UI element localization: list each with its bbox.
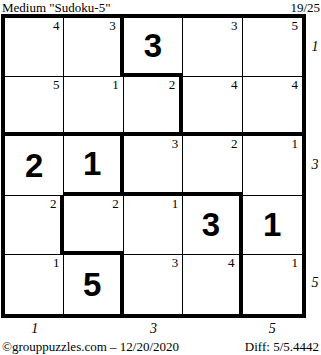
corner-clue: 5 xyxy=(53,78,60,92)
cell-r1c3[interactable]: 3 xyxy=(124,18,183,77)
corner-clue: 1 xyxy=(112,78,119,92)
cell-r4c2[interactable]: 2 xyxy=(64,196,123,255)
sudoku-grid: 4333551244213212213115341 xyxy=(1,14,306,318)
row-label-3: 3 xyxy=(309,157,321,173)
corner-clue: 1 xyxy=(292,137,299,151)
corner-clue: 4 xyxy=(53,19,60,33)
cell-r1c5[interactable]: 5 xyxy=(243,18,302,77)
corner-clue: 3 xyxy=(172,137,179,151)
cell-r2c1[interactable]: 5 xyxy=(5,77,64,136)
corner-clue: 4 xyxy=(228,256,235,270)
corner-clue: 3 xyxy=(109,19,116,33)
cell-r5c1[interactable]: 1 xyxy=(5,255,64,314)
cell-r3c5[interactable]: 1 xyxy=(243,136,302,195)
corner-clue: 5 xyxy=(292,19,299,33)
corner-clue: 2 xyxy=(50,197,57,211)
cell-r2c4[interactable]: 4 xyxy=(183,77,242,136)
cell-r2c5[interactable]: 4 xyxy=(243,77,302,136)
cell-r1c1[interactable]: 4 xyxy=(5,18,64,77)
difficulty-text: Diff: 5/5.4442 xyxy=(245,339,319,355)
cell-r5c5[interactable]: 1 xyxy=(243,255,302,314)
cell-r2c3[interactable]: 2 xyxy=(124,77,183,136)
cell-r4c5[interactable]: 1 xyxy=(243,196,302,255)
solved-digit: 1 xyxy=(64,136,119,191)
col-label-5: 5 xyxy=(262,321,282,337)
cell-r5c2[interactable]: 5 xyxy=(64,255,123,314)
col-label-1: 1 xyxy=(25,321,45,337)
cell-r3c4[interactable]: 2 xyxy=(183,136,242,195)
cell-r4c1[interactable]: 2 xyxy=(5,196,64,255)
corner-clue: 3 xyxy=(172,256,179,270)
corner-clue: 2 xyxy=(231,137,238,151)
corner-clue: 3 xyxy=(231,19,238,33)
cell-r3c2[interactable]: 1 xyxy=(64,136,123,195)
col-label-3: 3 xyxy=(144,321,164,337)
cell-r5c4[interactable]: 4 xyxy=(183,255,242,314)
cell-r1c4[interactable]: 3 xyxy=(183,18,242,77)
corner-clue: 4 xyxy=(292,78,299,92)
solved-digit: 3 xyxy=(183,196,238,254)
solved-digit: 1 xyxy=(243,196,302,254)
solved-digit: 3 xyxy=(124,18,182,73)
cell-r1c2[interactable]: 3 xyxy=(64,18,123,77)
solved-digit: 5 xyxy=(64,255,119,314)
cell-r5c3[interactable]: 3 xyxy=(124,255,183,314)
corner-clue: 2 xyxy=(112,197,119,211)
corner-clue: 4 xyxy=(231,78,238,92)
corner-clue: 1 xyxy=(292,256,299,270)
solved-digit: 2 xyxy=(5,136,63,194)
cell-r4c3[interactable]: 1 xyxy=(124,196,183,255)
copyright-text: ©grouppuzzles.com – 12/20/2020 xyxy=(2,339,179,355)
cell-r3c3[interactable]: 3 xyxy=(124,136,183,195)
cell-r2c2[interactable]: 1 xyxy=(64,77,123,136)
cell-r3c1[interactable]: 2 xyxy=(5,136,64,195)
row-label-1: 1 xyxy=(309,39,321,55)
cell-r4c4[interactable]: 3 xyxy=(183,196,242,255)
corner-clue: 1 xyxy=(53,256,60,270)
row-label-5: 5 xyxy=(309,275,321,291)
corner-clue: 1 xyxy=(172,197,179,211)
corner-clue: 2 xyxy=(169,78,176,92)
